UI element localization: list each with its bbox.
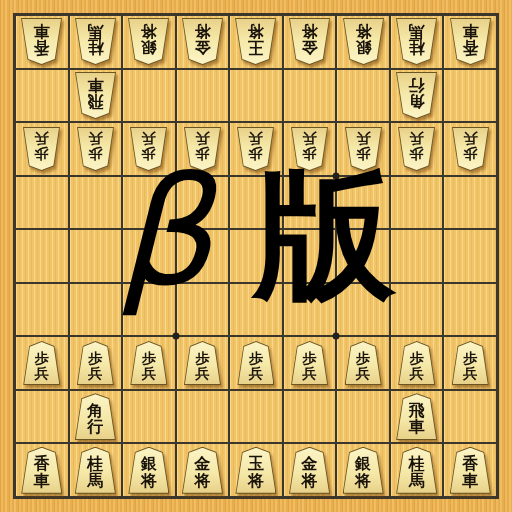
- koma-kanji: 兵: [356, 132, 370, 146]
- board-cell-2e[interactable]: [391, 230, 443, 282]
- board-cell-1f[interactable]: [444, 284, 496, 336]
- shogi-piece-歩兵-sente[interactable]: 歩兵: [237, 341, 274, 385]
- board-cell-7b[interactable]: [123, 70, 175, 122]
- shogi-piece-香車-sente[interactable]: 香車: [450, 447, 491, 494]
- board-cell-6d[interactable]: [177, 177, 229, 229]
- shogi-piece-桂馬-sente[interactable]: 桂馬: [75, 447, 116, 494]
- board-cell-8i[interactable]: 桂馬: [70, 444, 122, 496]
- board-cell-4h[interactable]: [284, 391, 336, 443]
- koma-kanji: 歩: [356, 146, 370, 160]
- board-cell-6f[interactable]: [177, 284, 229, 336]
- board-cell-6h[interactable]: [177, 391, 229, 443]
- board-cell-4f[interactable]: [284, 284, 336, 336]
- shogi-piece-歩兵-sente[interactable]: 歩兵: [345, 341, 382, 385]
- koma-kanji: 将: [141, 23, 157, 39]
- koma-kanji: 兵: [303, 132, 317, 146]
- koma-kanji: 歩: [463, 146, 477, 160]
- koma-kanji: 銀: [355, 39, 371, 55]
- koma-kanji: 歩: [249, 351, 263, 365]
- board-cell-5c[interactable]: 歩兵: [230, 123, 282, 175]
- koma-kanji: 歩: [303, 351, 317, 365]
- koma-kanji: 歩: [35, 351, 49, 365]
- board-cell-7h[interactable]: [123, 391, 175, 443]
- board-cell-5h[interactable]: [230, 391, 282, 443]
- koma-kanji: 車: [462, 23, 478, 39]
- shogi-piece-歩兵-sente[interactable]: 歩兵: [77, 341, 114, 385]
- koma-kanji: 将: [194, 23, 210, 39]
- board-cell-3b[interactable]: [337, 70, 389, 122]
- shogi-piece-歩兵-gote[interactable]: 歩兵: [291, 127, 328, 171]
- board-cell-3i[interactable]: 銀将: [337, 444, 389, 496]
- shogi-piece-歩兵-gote[interactable]: 歩兵: [452, 127, 489, 171]
- koma-kanji: 馬: [87, 473, 103, 489]
- board-cell-5i[interactable]: 玉将: [230, 444, 282, 496]
- board-cell-9b[interactable]: [16, 70, 68, 122]
- board-cell-8g[interactable]: 歩兵: [70, 337, 122, 389]
- board-cell-9a[interactable]: 香車: [16, 16, 68, 68]
- koma-kanji: 兵: [249, 366, 263, 380]
- board-cell-8f[interactable]: [70, 284, 122, 336]
- koma-kanji: 歩: [303, 146, 317, 160]
- shogi-piece-歩兵-gote[interactable]: 歩兵: [130, 127, 167, 171]
- koma-kanji: 歩: [195, 351, 209, 365]
- shogi-piece-歩兵-sente[interactable]: 歩兵: [452, 341, 489, 385]
- koma-kanji: 車: [34, 23, 50, 39]
- koma-kanji: 将: [141, 473, 157, 489]
- board-cell-2f[interactable]: [391, 284, 443, 336]
- board-cell-1d[interactable]: [444, 177, 496, 229]
- koma-kanji: 歩: [88, 351, 102, 365]
- board-cell-6i[interactable]: 金将: [177, 444, 229, 496]
- shogi-piece-銀将-gote[interactable]: 銀将: [343, 18, 384, 65]
- board-cell-1g[interactable]: 歩兵: [444, 337, 496, 389]
- board-cell-3d[interactable]: [337, 177, 389, 229]
- board-cell-2i[interactable]: 桂馬: [391, 444, 443, 496]
- koma-kanji: 飛: [87, 93, 103, 109]
- shogi-piece-桂馬-gote[interactable]: 桂馬: [396, 18, 437, 65]
- koma-kanji: 兵: [303, 366, 317, 380]
- shogi-piece-銀将-gote[interactable]: 銀将: [128, 18, 169, 65]
- koma-kanji: 将: [355, 23, 371, 39]
- board-cell-5f[interactable]: [230, 284, 282, 336]
- board-cell-4g[interactable]: 歩兵: [284, 337, 336, 389]
- koma-kanji: 歩: [35, 146, 49, 160]
- koma-kanji: 将: [194, 473, 210, 489]
- board-cell-8c[interactable]: 歩兵: [70, 123, 122, 175]
- koma-kanji: 金: [302, 39, 318, 55]
- board-cell-4b[interactable]: [284, 70, 336, 122]
- board-cell-1h[interactable]: [444, 391, 496, 443]
- board-cell-7a[interactable]: 銀将: [123, 16, 175, 68]
- shogi-piece-歩兵-sente[interactable]: 歩兵: [23, 341, 60, 385]
- shogi-piece-金将-sente[interactable]: 金将: [289, 447, 330, 494]
- board-cell-3g[interactable]: 歩兵: [337, 337, 389, 389]
- koma-kanji: 兵: [142, 366, 156, 380]
- koma-kanji: 馬: [409, 473, 425, 489]
- board-cell-5d[interactable]: [230, 177, 282, 229]
- koma-kanji: 兵: [410, 132, 424, 146]
- shogi-piece-歩兵-gote[interactable]: 歩兵: [23, 127, 60, 171]
- shogi-piece-歩兵-gote[interactable]: 歩兵: [184, 127, 221, 171]
- shogi-piece-王将-gote[interactable]: 王将: [235, 18, 276, 65]
- koma-kanji: 歩: [410, 351, 424, 365]
- board-cell-9i[interactable]: 香車: [16, 444, 68, 496]
- board-cell-1a[interactable]: 香車: [444, 16, 496, 68]
- board-cell-4c[interactable]: 歩兵: [284, 123, 336, 175]
- koma-kanji: 将: [302, 23, 318, 39]
- board-cell-6a[interactable]: 金将: [177, 16, 229, 68]
- board-cell-3f[interactable]: [337, 284, 389, 336]
- shogi-piece-歩兵-sente[interactable]: 歩兵: [398, 341, 435, 385]
- board-cell-8d[interactable]: [70, 177, 122, 229]
- koma-kanji: 桂: [87, 39, 103, 55]
- koma-kanji: 兵: [463, 366, 477, 380]
- shogi-piece-金将-sente[interactable]: 金将: [182, 447, 223, 494]
- board-cell-4a[interactable]: 金将: [284, 16, 336, 68]
- board-cell-7f[interactable]: [123, 284, 175, 336]
- koma-kanji: 行: [409, 77, 425, 93]
- koma-kanji: 歩: [356, 351, 370, 365]
- shogi-piece-角行-gote[interactable]: 角行: [396, 72, 437, 119]
- board-cell-9d[interactable]: [16, 177, 68, 229]
- shogi-board-grid: 香車桂馬銀将金将王将金将銀将桂馬香車飛車角行歩兵歩兵歩兵歩兵歩兵歩兵歩兵歩兵歩兵…: [16, 16, 496, 496]
- board-cell-2a[interactable]: 桂馬: [391, 16, 443, 68]
- board-cell-9g[interactable]: 歩兵: [16, 337, 68, 389]
- shogi-piece-角行-sente[interactable]: 角行: [75, 393, 116, 440]
- board-cell-7e[interactable]: [123, 230, 175, 282]
- board-cell-6b[interactable]: [177, 70, 229, 122]
- koma-kanji: 馬: [87, 23, 103, 39]
- shogi-piece-香車-gote[interactable]: 香車: [21, 18, 62, 65]
- shogi-piece-玉将-sente[interactable]: 玉将: [235, 447, 276, 494]
- board-cell-5g[interactable]: 歩兵: [230, 337, 282, 389]
- koma-kanji: 歩: [410, 146, 424, 160]
- shogi-piece-歩兵-sente[interactable]: 歩兵: [291, 341, 328, 385]
- koma-kanji: 兵: [88, 366, 102, 380]
- board-cell-5b[interactable]: [230, 70, 282, 122]
- shogi-piece-歩兵-gote[interactable]: 歩兵: [398, 127, 435, 171]
- board-cell-5a[interactable]: 王将: [230, 16, 282, 68]
- board-cell-8b[interactable]: 飛車: [70, 70, 122, 122]
- board-cell-2b[interactable]: 角行: [391, 70, 443, 122]
- koma-kanji: 兵: [35, 366, 49, 380]
- koma-kanji: 将: [248, 473, 264, 489]
- board-cell-6g[interactable]: 歩兵: [177, 337, 229, 389]
- shogi-piece-歩兵-sente[interactable]: 歩兵: [184, 341, 221, 385]
- shogi-piece-歩兵-gote[interactable]: 歩兵: [77, 127, 114, 171]
- koma-kanji: 兵: [410, 366, 424, 380]
- shogi-piece-歩兵-sente[interactable]: 歩兵: [130, 341, 167, 385]
- board-cell-9f[interactable]: [16, 284, 68, 336]
- koma-kanji: 歩: [249, 146, 263, 160]
- board-cell-5e[interactable]: [230, 230, 282, 282]
- koma-kanji: 兵: [142, 132, 156, 146]
- shogi-board: 香車桂馬銀将金将王将金将銀将桂馬香車飛車角行歩兵歩兵歩兵歩兵歩兵歩兵歩兵歩兵歩兵…: [13, 13, 499, 499]
- shogi-piece-飛車-sente[interactable]: 飛車: [396, 393, 437, 440]
- shogi-piece-金将-gote[interactable]: 金将: [182, 18, 223, 65]
- shogi-piece-歩兵-gote[interactable]: 歩兵: [345, 127, 382, 171]
- koma-kanji: 歩: [463, 351, 477, 365]
- koma-kanji: 桂: [409, 39, 425, 55]
- shogi-piece-歩兵-gote[interactable]: 歩兵: [237, 127, 274, 171]
- koma-kanji: 兵: [35, 132, 49, 146]
- koma-kanji: 兵: [463, 132, 477, 146]
- board-cell-2h[interactable]: 飛車: [391, 391, 443, 443]
- board-cell-1e[interactable]: [444, 230, 496, 282]
- board-cell-1c[interactable]: 歩兵: [444, 123, 496, 175]
- koma-kanji: 車: [87, 77, 103, 93]
- koma-kanji: 歩: [88, 146, 102, 160]
- koma-kanji: 兵: [195, 132, 209, 146]
- koma-kanji: 行: [87, 419, 103, 435]
- board-cell-2c[interactable]: 歩兵: [391, 123, 443, 175]
- shogi-piece-銀将-sente[interactable]: 銀将: [128, 447, 169, 494]
- koma-kanji: 兵: [356, 366, 370, 380]
- board-cell-7g[interactable]: 歩兵: [123, 337, 175, 389]
- board-cell-3c[interactable]: 歩兵: [337, 123, 389, 175]
- board-cell-6e[interactable]: [177, 230, 229, 282]
- board-cell-1b[interactable]: [444, 70, 496, 122]
- koma-kanji: 馬: [409, 23, 425, 39]
- shogi-piece-桂馬-sente[interactable]: 桂馬: [396, 447, 437, 494]
- koma-kanji: 歩: [195, 146, 209, 160]
- koma-kanji: 兵: [88, 132, 102, 146]
- board-cell-1i[interactable]: 香車: [444, 444, 496, 496]
- shogi-piece-香車-gote[interactable]: 香車: [450, 18, 491, 65]
- board-cell-7i[interactable]: 銀将: [123, 444, 175, 496]
- shogi-piece-金将-gote[interactable]: 金将: [289, 18, 330, 65]
- board-cell-7d[interactable]: [123, 177, 175, 229]
- koma-kanji: 兵: [195, 366, 209, 380]
- shogi-piece-桂馬-gote[interactable]: 桂馬: [75, 18, 116, 65]
- shogi-piece-香車-sente[interactable]: 香車: [21, 447, 62, 494]
- koma-kanji: 王: [248, 39, 264, 55]
- board-cell-3a[interactable]: 銀将: [337, 16, 389, 68]
- board-cell-9c[interactable]: 歩兵: [16, 123, 68, 175]
- shogi-piece-飛車-gote[interactable]: 飛車: [75, 72, 116, 119]
- board-cell-9e[interactable]: [16, 230, 68, 282]
- koma-kanji: 車: [462, 473, 478, 489]
- koma-kanji: 将: [248, 23, 264, 39]
- koma-kanji: 香: [462, 39, 478, 55]
- koma-kanji: 角: [409, 93, 425, 109]
- board-cell-4i[interactable]: 金将: [284, 444, 336, 496]
- koma-kanji: 歩: [142, 146, 156, 160]
- koma-kanji: 銀: [141, 39, 157, 55]
- board-cell-3h[interactable]: [337, 391, 389, 443]
- board-cell-9h[interactable]: [16, 391, 68, 443]
- koma-kanji: 車: [34, 473, 50, 489]
- board-cell-4d[interactable]: [284, 177, 336, 229]
- board-cell-6c[interactable]: 歩兵: [177, 123, 229, 175]
- koma-kanji: 車: [409, 419, 425, 435]
- board-cell-8a[interactable]: 桂馬: [70, 16, 122, 68]
- koma-kanji: 歩: [142, 351, 156, 365]
- shogi-app-window: { "game": "shogi", "position": { "sfen":…: [0, 0, 512, 512]
- koma-kanji: 兵: [249, 132, 263, 146]
- koma-kanji: 香: [34, 39, 50, 55]
- board-cell-8e[interactable]: [70, 230, 122, 282]
- board-cell-3e[interactable]: [337, 230, 389, 282]
- board-cell-2d[interactable]: [391, 177, 443, 229]
- koma-kanji: 金: [194, 39, 210, 55]
- board-cell-2g[interactable]: 歩兵: [391, 337, 443, 389]
- koma-kanji: 将: [302, 473, 318, 489]
- board-cell-4e[interactable]: [284, 230, 336, 282]
- board-cell-8h[interactable]: 角行: [70, 391, 122, 443]
- koma-kanji: 将: [355, 473, 371, 489]
- shogi-piece-銀将-sente[interactable]: 銀将: [343, 447, 384, 494]
- board-cell-7c[interactable]: 歩兵: [123, 123, 175, 175]
